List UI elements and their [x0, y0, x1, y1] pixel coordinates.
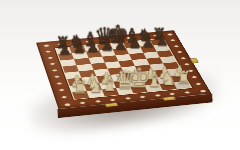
frame-ornament-icon [56, 82, 62, 85]
frame-ornament-icon [125, 97, 131, 100]
white-knight-icon: ♞ [86, 76, 103, 95]
frame-ornament-icon [50, 63, 56, 65]
product-photo: ♜♞♝♛♚♝♞♜♟♟♟♟♟♟♟♟♟♟♟♟♟♟♟♟♜♞♝♛♚♝♞♜ [0, 0, 240, 150]
frame-ornament-icon [110, 99, 116, 102]
frame-ornament-icon [140, 96, 146, 99]
frame-ornament-icon [170, 93, 176, 96]
frame-ornament-icon [48, 57, 54, 59]
frame-ornament-icon [181, 57, 186, 59]
white-rook-icon: ♜ [72, 79, 88, 97]
frame-ornament-icon [177, 51, 182, 53]
frame-ornament-icon [192, 76, 198, 79]
chess-board: ♜♞♝♛♚♝♞♜♟♟♟♟♟♟♟♟♟♟♟♟♟♟♟♟♜♞♝♛♚♝♞♜ [36, 30, 211, 109]
frame-ornament-icon [80, 102, 86, 105]
frame-ornament-icon [64, 103, 70, 106]
frame-ornament-icon [54, 76, 60, 79]
frame-ornament-icon [174, 45, 179, 47]
frame-ornament-icon [59, 89, 65, 92]
frame-ornament-icon [199, 90, 205, 93]
frame-ornament-icon [61, 96, 67, 99]
frame-ornament-icon [195, 83, 201, 86]
frame-ornament-icon [184, 91, 190, 94]
scene: ♜♞♝♛♚♝♞♜♟♟♟♟♟♟♟♟♟♟♟♟♟♟♟♟♜♞♝♛♚♝♞♜ [0, 0, 240, 150]
frame-ornament-icon [52, 69, 58, 71]
frame-ornament-icon [167, 33, 173, 35]
frame-ornament-icon [155, 94, 161, 97]
frame-ornament-icon [45, 51, 50, 53]
frame-ornament-icon [43, 44, 48, 46]
white-rook-icon: ♜ [175, 69, 191, 87]
frame-ornament-icon [95, 100, 101, 103]
frame-ornament-icon [170, 39, 175, 41]
